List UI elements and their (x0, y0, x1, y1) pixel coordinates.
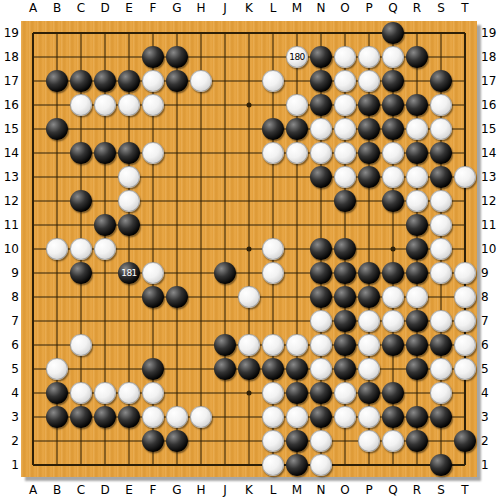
coord-letter-top-K: K (237, 1, 261, 15)
white-stone-M3[interactable] (286, 406, 308, 428)
white-stone-T6[interactable] (454, 334, 476, 356)
black-stone-P4[interactable] (358, 382, 380, 404)
white-stone-K6[interactable] (238, 334, 260, 356)
white-stone-F4[interactable] (142, 382, 164, 404)
black-stone-F2[interactable] (142, 430, 164, 452)
white-stone-E13[interactable] (118, 166, 140, 188)
white-stone-Q14[interactable] (382, 142, 404, 164)
coord-letter-bottom-H: H (189, 483, 213, 497)
black-stone-P9[interactable] (358, 262, 380, 284)
coord-number-right-1: 1 (481, 458, 499, 472)
coord-letter-top-H: H (189, 1, 213, 15)
white-stone-R8[interactable] (406, 286, 428, 308)
white-stone-Q7[interactable] (382, 310, 404, 332)
black-stone-L15[interactable] (262, 118, 284, 140)
black-stone-E17[interactable] (118, 70, 140, 92)
black-stone-N8[interactable] (310, 286, 332, 308)
move-number-label: 181 (121, 269, 137, 278)
coord-number-right-5: 5 (481, 362, 499, 376)
black-stone-C3[interactable] (70, 406, 92, 428)
white-stone-O3[interactable] (334, 406, 356, 428)
black-stone-G8[interactable] (166, 286, 188, 308)
coord-number-left-1: 1 (1, 458, 19, 472)
coord-letter-top-C: C (69, 1, 93, 15)
black-stone-E3[interactable] (118, 406, 140, 428)
black-stone-N16[interactable] (310, 94, 332, 116)
black-stone-R5[interactable] (406, 358, 428, 380)
white-stone-L14[interactable] (262, 142, 284, 164)
black-stone-D11[interactable] (94, 214, 116, 236)
coord-letter-top-E: E (117, 1, 141, 15)
coord-number-left-13: 13 (1, 170, 19, 184)
white-stone-N5[interactable] (310, 358, 332, 380)
coord-letter-top-B: B (45, 1, 69, 15)
coord-letter-top-J: J (213, 1, 237, 15)
white-stone-N7[interactable] (310, 310, 332, 332)
black-stone-M2[interactable] (286, 430, 308, 452)
coord-number-right-10: 10 (481, 242, 499, 256)
black-stone-P14[interactable] (358, 142, 380, 164)
black-stone-R16[interactable] (406, 94, 428, 116)
coord-number-left-7: 7 (1, 314, 19, 328)
white-stone-D10[interactable] (94, 238, 116, 260)
coord-number-left-14: 14 (1, 146, 19, 160)
coord-number-right-16: 16 (481, 98, 499, 112)
black-stone-R10[interactable] (406, 238, 428, 260)
white-stone-S9[interactable] (430, 262, 452, 284)
white-stone-Q8[interactable] (382, 286, 404, 308)
coord-number-left-19: 19 (1, 26, 19, 40)
black-stone-S6[interactable] (430, 334, 452, 356)
move-number-label: 180 (289, 53, 305, 62)
black-stone-P8[interactable] (358, 286, 380, 308)
black-stone-N13[interactable] (310, 166, 332, 188)
black-stone-D17[interactable] (94, 70, 116, 92)
coord-number-right-12: 12 (481, 194, 499, 208)
white-stone-L6[interactable] (262, 334, 284, 356)
black-stone-M15[interactable] (286, 118, 308, 140)
black-stone-F8[interactable] (142, 286, 164, 308)
black-stone-R11[interactable] (406, 214, 428, 236)
black-stone-Q12[interactable] (382, 190, 404, 212)
coord-number-right-2: 2 (481, 434, 499, 448)
black-stone-B17[interactable] (46, 70, 68, 92)
white-stone-N14[interactable] (310, 142, 332, 164)
black-stone-E14[interactable] (118, 142, 140, 164)
white-stone-S15[interactable] (430, 118, 452, 140)
black-stone-Q17[interactable] (382, 70, 404, 92)
white-stone-L10[interactable] (262, 238, 284, 260)
black-stone-J5[interactable] (214, 358, 236, 380)
coord-letter-bottom-F: F (141, 483, 165, 497)
black-stone-Q15[interactable] (382, 118, 404, 140)
coord-letter-bottom-S: S (429, 483, 453, 497)
white-stone-S5[interactable] (430, 358, 452, 380)
black-stone-S3[interactable] (430, 406, 452, 428)
white-stone-P7[interactable] (358, 310, 380, 332)
coord-letter-top-O: O (333, 1, 357, 15)
coord-number-left-2: 2 (1, 434, 19, 448)
white-stone-S11[interactable] (430, 214, 452, 236)
black-stone-T2[interactable] (454, 430, 476, 452)
black-stone-R6[interactable] (406, 334, 428, 356)
coord-number-left-12: 12 (1, 194, 19, 208)
black-stone-M1[interactable] (286, 454, 308, 476)
coord-letter-top-Q: Q (381, 1, 405, 15)
coord-number-right-13: 13 (481, 170, 499, 184)
coord-letter-top-D: D (93, 1, 117, 15)
black-stone-O8[interactable] (334, 286, 356, 308)
black-stone-R14[interactable] (406, 142, 428, 164)
black-stone-S1[interactable] (430, 454, 452, 476)
white-stone-R15[interactable] (406, 118, 428, 140)
black-stone-R9[interactable] (406, 262, 428, 284)
black-stone-Q19[interactable] (382, 22, 404, 44)
black-stone-P13[interactable] (358, 166, 380, 188)
black-stone-N3[interactable] (310, 406, 332, 428)
white-stone-O4[interactable] (334, 382, 356, 404)
black-stone-Q9[interactable] (382, 262, 404, 284)
white-stone-O18[interactable] (334, 46, 356, 68)
black-stone-N17[interactable] (310, 70, 332, 92)
white-stone-T7[interactable] (454, 310, 476, 332)
white-stone-T9[interactable] (454, 262, 476, 284)
coord-number-right-19: 19 (481, 26, 499, 40)
black-stone-S13[interactable] (430, 166, 452, 188)
coord-letter-top-M: M (285, 1, 309, 15)
white-stone-L1[interactable] (262, 454, 284, 476)
black-stone-K5[interactable] (238, 358, 260, 380)
black-stone-C9[interactable] (70, 262, 92, 284)
white-stone-N1[interactable] (310, 454, 332, 476)
white-stone-N15[interactable] (310, 118, 332, 140)
black-stone-O6[interactable] (334, 334, 356, 356)
black-stone-F5[interactable] (142, 358, 164, 380)
coord-number-left-16: 16 (1, 98, 19, 112)
coord-number-right-9: 9 (481, 266, 499, 280)
black-stone-J9[interactable] (214, 262, 236, 284)
white-stone-S4[interactable] (430, 382, 452, 404)
coord-number-left-4: 4 (1, 386, 19, 400)
coord-number-left-15: 15 (1, 122, 19, 136)
white-stone-H3[interactable] (190, 406, 212, 428)
black-stone-O9[interactable] (334, 262, 356, 284)
white-stone-E4[interactable] (118, 382, 140, 404)
coord-letter-top-G: G (165, 1, 189, 15)
go-client-window: 180181 AABBCCDDEEFFGGHHJJKKLLMMNNOOPPQQR… (0, 0, 500, 500)
white-stone-C10[interactable] (70, 238, 92, 260)
white-stone-B10[interactable] (46, 238, 68, 260)
coord-number-left-9: 9 (1, 266, 19, 280)
white-stone-T5[interactable] (454, 358, 476, 380)
coord-number-right-4: 4 (481, 386, 499, 400)
black-stone-S17[interactable] (430, 70, 452, 92)
coord-number-left-18: 18 (1, 50, 19, 64)
coord-number-left-8: 8 (1, 290, 19, 304)
black-stone-G2[interactable] (166, 430, 188, 452)
white-stone-F17[interactable] (142, 70, 164, 92)
black-stone-N18[interactable] (310, 46, 332, 68)
white-stone-Q18[interactable] (382, 46, 404, 68)
black-stone-C14[interactable] (70, 142, 92, 164)
white-stone-O17[interactable] (334, 70, 356, 92)
white-stone-K8[interactable] (238, 286, 260, 308)
coord-letter-bottom-T: T (453, 483, 477, 497)
black-stone-D14[interactable] (94, 142, 116, 164)
white-stone-P17[interactable] (358, 70, 380, 92)
white-stone-Q13[interactable] (382, 166, 404, 188)
white-stone-F3[interactable] (142, 406, 164, 428)
coord-number-right-17: 17 (481, 74, 499, 88)
coord-number-right-14: 14 (481, 146, 499, 160)
white-stone-M18[interactable]: 180 (286, 46, 308, 68)
white-stone-N2[interactable] (310, 430, 332, 452)
black-stone-P15[interactable] (358, 118, 380, 140)
white-stone-O16[interactable] (334, 94, 356, 116)
coord-letter-top-P: P (357, 1, 381, 15)
white-stone-P2[interactable] (358, 430, 380, 452)
black-stone-C12[interactable] (70, 190, 92, 212)
black-stone-F18[interactable] (142, 46, 164, 68)
white-stone-L2[interactable] (262, 430, 284, 452)
coord-letter-bottom-A: A (21, 483, 45, 497)
coord-number-left-17: 17 (1, 74, 19, 88)
white-stone-Q2[interactable] (382, 430, 404, 452)
coord-number-right-7: 7 (481, 314, 499, 328)
white-stone-L3[interactable] (262, 406, 284, 428)
black-stone-P16[interactable] (358, 94, 380, 116)
coord-letter-bottom-J: J (213, 483, 237, 497)
coord-letter-top-L: L (261, 1, 285, 15)
go-board[interactable]: 180181 (21, 21, 477, 477)
white-stone-S7[interactable] (430, 310, 452, 332)
black-stone-Q4[interactable] (382, 382, 404, 404)
black-stone-N4[interactable] (310, 382, 332, 404)
black-stone-C17[interactable] (70, 70, 92, 92)
coord-number-right-3: 3 (481, 410, 499, 424)
white-stone-F16[interactable] (142, 94, 164, 116)
black-stone-O5[interactable] (334, 358, 356, 380)
black-stone-R2[interactable] (406, 430, 428, 452)
black-stone-D3[interactable] (94, 406, 116, 428)
white-stone-P5[interactable] (358, 358, 380, 380)
coord-letter-bottom-M: M (285, 483, 309, 497)
white-stone-C16[interactable] (70, 94, 92, 116)
coord-number-left-6: 6 (1, 338, 19, 352)
white-stone-P3[interactable] (358, 406, 380, 428)
black-stone-B15[interactable] (46, 118, 68, 140)
white-stone-M14[interactable] (286, 142, 308, 164)
black-stone-N10[interactable] (310, 238, 332, 260)
black-stone-M4[interactable] (286, 382, 308, 404)
coord-letter-bottom-O: O (333, 483, 357, 497)
white-stone-O14[interactable] (334, 142, 356, 164)
coord-letter-bottom-L: L (261, 483, 285, 497)
coord-number-right-11: 11 (481, 218, 499, 232)
coord-letter-bottom-D: D (93, 483, 117, 497)
coord-letter-bottom-C: C (69, 483, 93, 497)
coord-number-right-8: 8 (481, 290, 499, 304)
white-stone-S16[interactable] (430, 94, 452, 116)
white-stone-H17[interactable] (190, 70, 212, 92)
black-stone-J6[interactable] (214, 334, 236, 356)
white-stone-E16[interactable] (118, 94, 140, 116)
coord-number-left-5: 5 (1, 362, 19, 376)
black-stone-L5[interactable] (262, 358, 284, 380)
black-stone-G17[interactable] (166, 70, 188, 92)
coord-number-right-18: 18 (481, 50, 499, 64)
white-stone-G3[interactable] (166, 406, 188, 428)
black-stone-R7[interactable] (406, 310, 428, 332)
white-stone-L4[interactable] (262, 382, 284, 404)
coord-number-right-15: 15 (481, 122, 499, 136)
white-stone-S12[interactable] (430, 190, 452, 212)
white-stone-M6[interactable] (286, 334, 308, 356)
black-stone-Q6[interactable] (382, 334, 404, 356)
white-stone-O13[interactable] (334, 166, 356, 188)
black-stone-M5[interactable] (286, 358, 308, 380)
white-stone-F9[interactable] (142, 262, 164, 284)
white-stone-C6[interactable] (70, 334, 92, 356)
black-stone-E9[interactable]: 181 (118, 262, 140, 284)
coord-number-right-6: 6 (481, 338, 499, 352)
coord-letter-bottom-Q: Q (381, 483, 405, 497)
coord-letter-bottom-R: R (405, 483, 429, 497)
coord-letter-bottom-K: K (237, 483, 261, 497)
white-stone-L17[interactable] (262, 70, 284, 92)
black-stone-O10[interactable] (334, 238, 356, 260)
black-stone-B3[interactable] (46, 406, 68, 428)
white-stone-B5[interactable] (46, 358, 68, 380)
black-stone-B4[interactable] (46, 382, 68, 404)
white-stone-T13[interactable] (454, 166, 476, 188)
black-stone-R3[interactable] (406, 406, 428, 428)
black-stone-Q16[interactable] (382, 94, 404, 116)
white-stone-C4[interactable] (70, 382, 92, 404)
coord-letter-bottom-E: E (117, 483, 141, 497)
white-stone-O15[interactable] (334, 118, 356, 140)
white-stone-D4[interactable] (94, 382, 116, 404)
coord-number-left-10: 10 (1, 242, 19, 256)
coord-letter-top-A: A (21, 1, 45, 15)
coord-letter-bottom-P: P (357, 483, 381, 497)
black-stone-O7[interactable] (334, 310, 356, 332)
white-stone-E12[interactable] (118, 190, 140, 212)
coord-letter-bottom-B: B (45, 483, 69, 497)
coord-number-left-11: 11 (1, 218, 19, 232)
coord-number-left-3: 3 (1, 410, 19, 424)
black-stone-N9[interactable] (310, 262, 332, 284)
white-stone-N6[interactable] (310, 334, 332, 356)
white-stone-M16[interactable] (286, 94, 308, 116)
black-stone-S14[interactable] (430, 142, 452, 164)
white-stone-P18[interactable] (358, 46, 380, 68)
coord-letter-top-S: S (429, 1, 453, 15)
coord-letter-top-R: R (405, 1, 429, 15)
white-stone-R13[interactable] (406, 166, 428, 188)
coord-letter-top-T: T (453, 1, 477, 15)
white-stone-R12[interactable] (406, 190, 428, 212)
white-stone-S10[interactable] (430, 238, 452, 260)
black-stone-Q3[interactable] (382, 406, 404, 428)
coord-letter-bottom-G: G (165, 483, 189, 497)
black-stone-G18[interactable] (166, 46, 188, 68)
black-stone-E11[interactable] (118, 214, 140, 236)
white-stone-P6[interactable] (358, 334, 380, 356)
white-stone-D16[interactable] (94, 94, 116, 116)
white-stone-L9[interactable] (262, 262, 284, 284)
white-stone-F14[interactable] (142, 142, 164, 164)
coord-letter-bottom-N: N (309, 483, 333, 497)
black-stone-O12[interactable] (334, 190, 356, 212)
coord-letter-top-F: F (141, 1, 165, 15)
coord-letter-top-N: N (309, 1, 333, 15)
white-stone-T8[interactable] (454, 286, 476, 308)
black-stone-R18[interactable] (406, 46, 428, 68)
